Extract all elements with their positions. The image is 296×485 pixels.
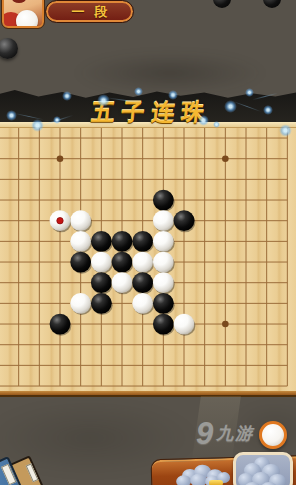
- black-stone: [132, 272, 153, 293]
- white-stone: [112, 272, 133, 293]
- game-board[interactable]: [0, 128, 296, 391]
- board-bottom-edge: [0, 391, 296, 397]
- white-stone: [70, 293, 91, 314]
- white-stone: [153, 231, 174, 252]
- watermark-label: 九游: [216, 422, 254, 445]
- rank-badge: 一段: [46, 1, 133, 22]
- watermark-9-icon: 9: [196, 418, 213, 449]
- white-stone: [153, 210, 174, 231]
- ink-smudge: [75, 52, 265, 94]
- white-stone: [91, 252, 112, 273]
- player-black-stone-icon: [0, 38, 18, 59]
- white-stone: [70, 231, 91, 252]
- stone-pile-icon: [176, 475, 191, 485]
- black-stone: [153, 314, 174, 335]
- black-stone: [112, 252, 133, 273]
- white-stone: [70, 210, 91, 231]
- white-stone: [153, 272, 174, 293]
- black-stone: [132, 231, 153, 252]
- avatar-hair: [12, 0, 26, 3]
- game-screen: 一段 五子连珠: [0, 0, 296, 485]
- watermark-logo: 9 九游: [196, 418, 254, 449]
- board-stones: [50, 190, 196, 336]
- black-stone: [70, 252, 91, 273]
- top-edge-stone-icon: [263, 0, 281, 8]
- avatar-held-stone-icon: [16, 10, 38, 28]
- black-stone: [50, 314, 71, 335]
- white-stone: [132, 252, 153, 273]
- black-stone: [153, 293, 174, 314]
- black-stone: [112, 231, 133, 252]
- book-label: [26, 463, 39, 482]
- player-avatar[interactable]: [2, 0, 44, 28]
- black-stone: [91, 293, 112, 314]
- white-stone: [174, 314, 195, 335]
- white-stone: [132, 293, 153, 314]
- black-stone: [153, 190, 174, 211]
- rank-badge-label: 一段: [62, 3, 118, 21]
- black-stone: [174, 210, 195, 231]
- white-stone: [153, 252, 174, 273]
- white-stone-indicator: [259, 421, 287, 449]
- gold-coin-sliver: [209, 480, 223, 485]
- top-edge-stone-icon: [213, 0, 231, 8]
- black-stone: [91, 272, 112, 293]
- stone-tray: [233, 452, 293, 485]
- black-stone: [91, 231, 112, 252]
- game-title: 五子连珠: [0, 97, 296, 128]
